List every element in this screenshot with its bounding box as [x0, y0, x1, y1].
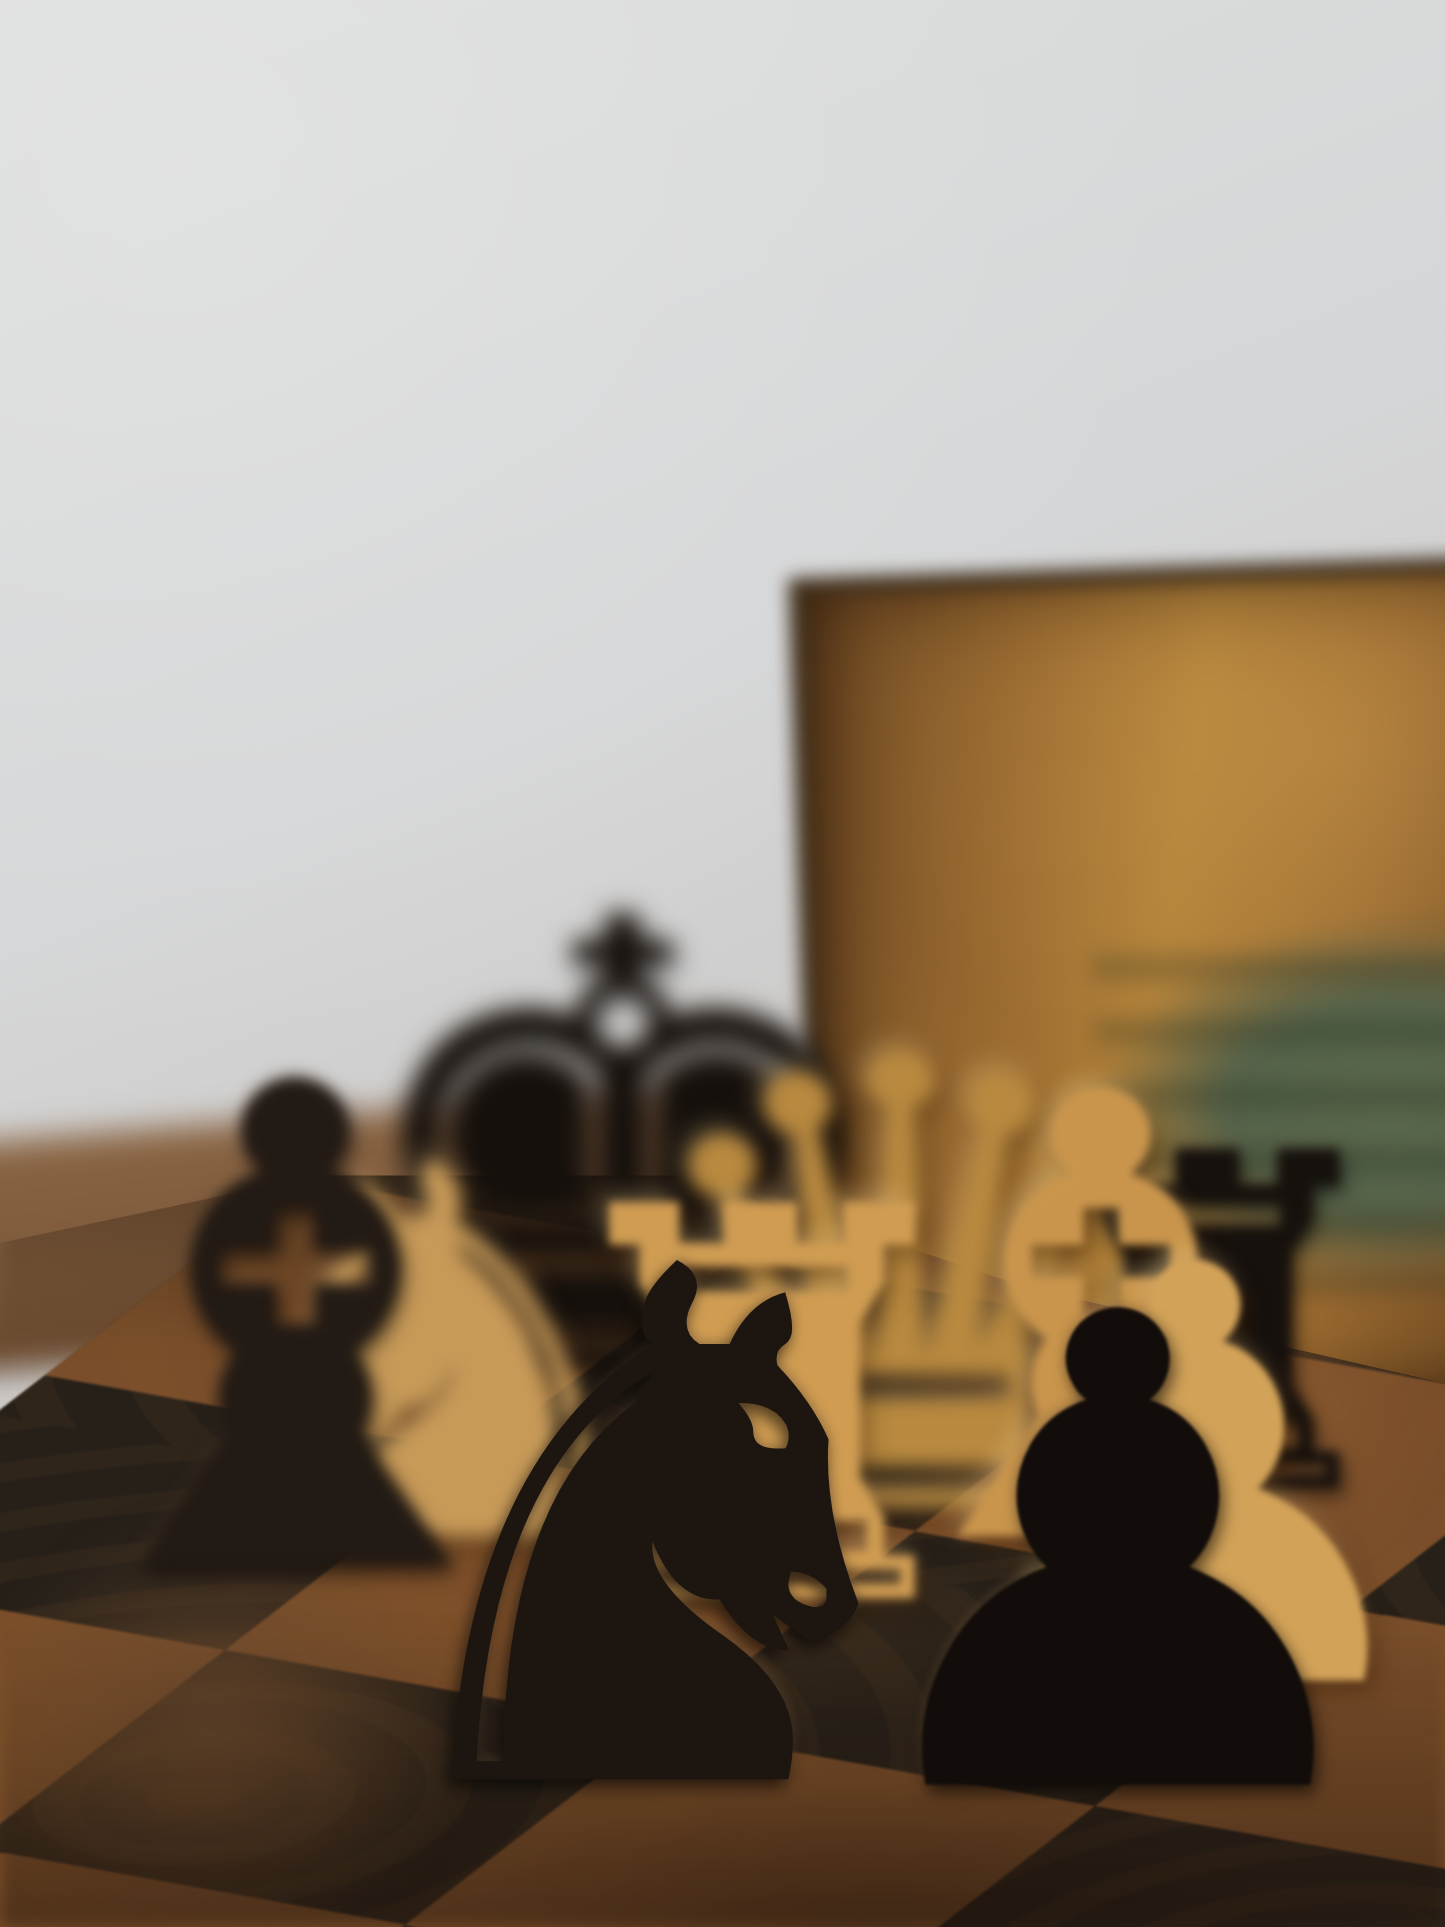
- piece-black-pawn: ♟: [825, 1094, 1411, 1748]
- pieces-layer: ♝♞♚♞♜♛♝♜♟♟: [0, 0, 1445, 1927]
- photo-stage: ♝♞♚♞♜♛♝♜♟♟: [0, 0, 1445, 1927]
